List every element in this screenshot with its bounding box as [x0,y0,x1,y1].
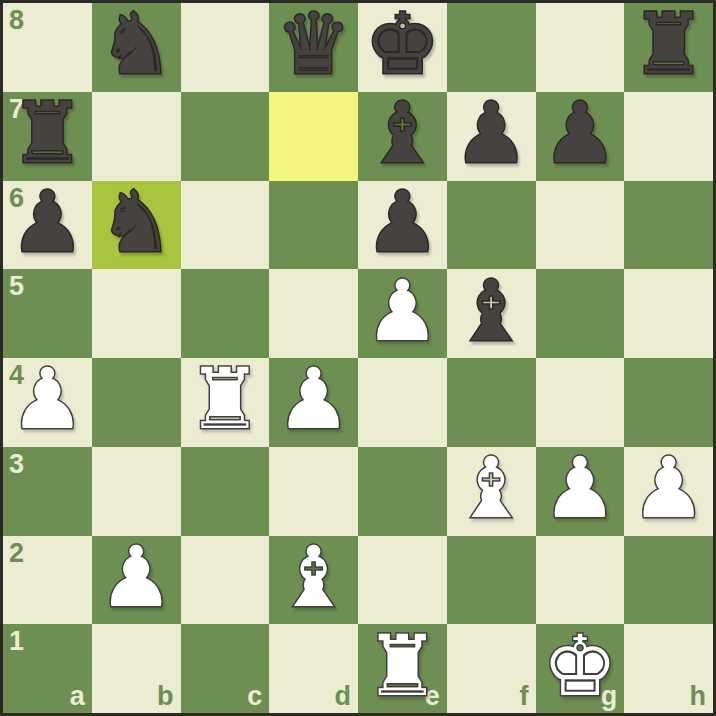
piece-black-pawn-a6[interactable]: ♟ [10,180,85,264]
piece-white-rook-e1[interactable]: ♜ [365,624,440,708]
piece-white-bishop-f3[interactable]: ♝ [453,446,528,530]
rank-label-8: 8 [9,7,24,34]
square-f6[interactable] [447,181,536,270]
piece-black-king-e8[interactable]: ♚ [365,2,440,86]
rank-label-5: 5 [9,273,24,300]
square-h1[interactable]: h [624,624,713,713]
piece-black-bishop-f5[interactable]: ♝ [453,269,528,353]
square-f8[interactable] [447,3,536,92]
square-a2[interactable]: 2 [3,536,92,625]
piece-black-queen-d8[interactable]: ♛ [276,2,351,86]
board-frame: 8♞♛♚♜7♜♝♟♟6♟♞♟5♟♝4♟♜♟3♝♟♟2♟♝1abcde♜fg♚h [0,0,716,716]
square-e4[interactable] [358,358,447,447]
square-b8[interactable]: ♞ [92,3,181,92]
square-c6[interactable] [181,181,270,270]
square-b4[interactable] [92,358,181,447]
file-label-c: c [247,683,262,710]
square-g7[interactable]: ♟ [536,92,625,181]
square-a3[interactable]: 3 [3,447,92,536]
file-label-f: f [520,683,529,710]
square-c7[interactable] [181,92,270,181]
square-b5[interactable] [92,269,181,358]
square-c1[interactable]: c [181,624,270,713]
square-b6[interactable]: ♞ [92,181,181,270]
piece-black-pawn-e6[interactable]: ♟ [365,180,440,264]
square-d7[interactable] [269,92,358,181]
square-e6[interactable]: ♟ [358,181,447,270]
piece-white-bishop-d2[interactable]: ♝ [276,535,351,619]
piece-white-pawn-g3[interactable]: ♟ [542,446,617,530]
square-h8[interactable]: ♜ [624,3,713,92]
square-a1[interactable]: 1a [3,624,92,713]
piece-black-pawn-g7[interactable]: ♟ [542,91,617,175]
square-b7[interactable] [92,92,181,181]
rank-label-3: 3 [9,451,24,478]
square-c5[interactable] [181,269,270,358]
file-label-h: h [690,683,707,710]
chess-board: 8♞♛♚♜7♜♝♟♟6♟♞♟5♟♝4♟♜♟3♝♟♟2♟♝1abcde♜fg♚h [3,3,713,713]
square-g2[interactable] [536,536,625,625]
square-c3[interactable] [181,447,270,536]
square-f3[interactable]: ♝ [447,447,536,536]
piece-white-rook-c4[interactable]: ♜ [187,357,262,441]
rank-label-2: 2 [9,540,24,567]
square-e3[interactable] [358,447,447,536]
square-b1[interactable]: b [92,624,181,713]
piece-black-rook-h8[interactable]: ♜ [631,2,706,86]
square-h4[interactable] [624,358,713,447]
square-c2[interactable] [181,536,270,625]
piece-black-rook-a7[interactable]: ♜ [10,91,85,175]
square-d5[interactable] [269,269,358,358]
square-h2[interactable] [624,536,713,625]
square-e5[interactable]: ♟ [358,269,447,358]
square-h6[interactable] [624,181,713,270]
piece-white-pawn-e5[interactable]: ♟ [365,269,440,353]
square-d1[interactable]: d [269,624,358,713]
square-e8[interactable]: ♚ [358,3,447,92]
file-label-b: b [157,683,174,710]
square-h7[interactable] [624,92,713,181]
piece-black-knight-b6[interactable]: ♞ [98,180,173,264]
square-f1[interactable]: f [447,624,536,713]
square-a7[interactable]: 7♜ [3,92,92,181]
square-g6[interactable] [536,181,625,270]
piece-white-pawn-a4[interactable]: ♟ [10,357,85,441]
piece-black-knight-b8[interactable]: ♞ [98,2,173,86]
square-g1[interactable]: g♚ [536,624,625,713]
piece-white-pawn-d4[interactable]: ♟ [276,357,351,441]
square-c8[interactable] [181,3,270,92]
square-e7[interactable]: ♝ [358,92,447,181]
square-a5[interactable]: 5 [3,269,92,358]
square-g3[interactable]: ♟ [536,447,625,536]
rank-label-1: 1 [9,628,24,655]
square-g5[interactable] [536,269,625,358]
square-f7[interactable]: ♟ [447,92,536,181]
piece-black-bishop-e7[interactable]: ♝ [365,91,440,175]
file-label-d: d [335,683,352,710]
square-a6[interactable]: 6♟ [3,181,92,270]
square-h5[interactable] [624,269,713,358]
square-d6[interactable] [269,181,358,270]
square-d2[interactable]: ♝ [269,536,358,625]
square-a8[interactable]: 8 [3,3,92,92]
piece-white-king-g1[interactable]: ♚ [542,624,617,708]
square-e1[interactable]: e♜ [358,624,447,713]
square-b3[interactable] [92,447,181,536]
square-f2[interactable] [447,536,536,625]
square-d4[interactable]: ♟ [269,358,358,447]
piece-white-pawn-b2[interactable]: ♟ [98,535,173,619]
square-f4[interactable] [447,358,536,447]
square-g8[interactable] [536,3,625,92]
square-e2[interactable] [358,536,447,625]
piece-black-pawn-f7[interactable]: ♟ [453,91,528,175]
piece-white-pawn-h3[interactable]: ♟ [631,446,706,530]
square-f5[interactable]: ♝ [447,269,536,358]
square-h3[interactable]: ♟ [624,447,713,536]
square-d3[interactable] [269,447,358,536]
square-c4[interactable]: ♜ [181,358,270,447]
square-a4[interactable]: 4♟ [3,358,92,447]
square-b2[interactable]: ♟ [92,536,181,625]
square-d8[interactable]: ♛ [269,3,358,92]
square-g4[interactable] [536,358,625,447]
file-label-a: a [70,683,85,710]
